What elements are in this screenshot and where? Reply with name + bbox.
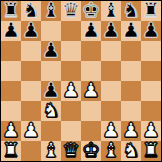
- square-g7[interactable]: ♟: [121, 21, 141, 41]
- black-pawn-piece[interactable]: ♟: [42, 40, 60, 60]
- black-pawn-piece[interactable]: ♟: [102, 20, 120, 40]
- square-b4[interactable]: [21, 81, 41, 101]
- square-f6[interactable]: [101, 41, 121, 61]
- black-knight-piece[interactable]: ♞: [122, 0, 140, 20]
- square-c8[interactable]: ♝: [41, 1, 61, 21]
- white-pawn-piece[interactable]: ♟: [122, 120, 140, 140]
- square-b2[interactable]: ♟: [21, 121, 41, 141]
- black-bishop-piece[interactable]: ♝: [42, 0, 60, 20]
- square-e1[interactable]: ♚: [81, 141, 101, 161]
- white-pawn-piece[interactable]: ♟: [142, 120, 160, 140]
- black-pawn-piece[interactable]: ♟: [42, 80, 60, 100]
- square-c6[interactable]: ♟: [41, 41, 61, 61]
- white-knight-piece[interactable]: ♞: [42, 100, 60, 120]
- square-d4[interactable]: ♟: [61, 81, 81, 101]
- white-bishop-piece[interactable]: ♝: [102, 140, 120, 160]
- square-b6[interactable]: [21, 41, 41, 61]
- square-g6[interactable]: [121, 41, 141, 61]
- white-rook-piece[interactable]: ♜: [2, 140, 20, 160]
- black-pawn-piece[interactable]: ♟: [122, 20, 140, 40]
- chess-board: ♜♞♝♛♚♝♞♜♟♟♟♟♟♟♟♟♟♟♞♟♟♟♟♟♜♝♛♚♝♞♜: [0, 0, 162, 162]
- white-pawn-piece[interactable]: ♟: [102, 120, 120, 140]
- black-pawn-piece[interactable]: ♟: [82, 20, 100, 40]
- white-knight-piece[interactable]: ♞: [122, 140, 140, 160]
- square-d6[interactable]: [61, 41, 81, 61]
- white-bishop-piece[interactable]: ♝: [42, 140, 60, 160]
- white-pawn-piece[interactable]: ♟: [2, 120, 20, 140]
- black-pawn-piece[interactable]: ♟: [22, 20, 40, 40]
- square-c1[interactable]: ♝: [41, 141, 61, 161]
- square-h1[interactable]: ♜: [141, 141, 161, 161]
- square-h5[interactable]: [141, 61, 161, 81]
- square-h4[interactable]: [141, 81, 161, 101]
- square-e7[interactable]: ♟: [81, 21, 101, 41]
- square-f5[interactable]: [101, 61, 121, 81]
- square-a6[interactable]: [1, 41, 21, 61]
- black-king-piece[interactable]: ♚: [82, 0, 100, 20]
- square-c3[interactable]: ♞: [41, 101, 61, 121]
- square-b5[interactable]: [21, 61, 41, 81]
- square-d3[interactable]: [61, 101, 81, 121]
- square-a4[interactable]: [1, 81, 21, 101]
- white-pawn-piece[interactable]: ♟: [62, 80, 80, 100]
- square-d7[interactable]: [61, 21, 81, 41]
- white-pawn-piece[interactable]: ♟: [82, 80, 100, 100]
- black-rook-piece[interactable]: ♜: [2, 0, 20, 20]
- black-knight-piece[interactable]: ♞: [22, 0, 40, 20]
- square-a7[interactable]: ♟: [1, 21, 21, 41]
- white-king-piece[interactable]: ♚: [82, 140, 100, 160]
- square-f7[interactable]: ♟: [101, 21, 121, 41]
- square-a5[interactable]: [1, 61, 21, 81]
- black-pawn-piece[interactable]: ♟: [142, 20, 160, 40]
- white-rook-piece[interactable]: ♜: [142, 140, 160, 160]
- square-a1[interactable]: ♜: [1, 141, 21, 161]
- square-f4[interactable]: [101, 81, 121, 101]
- square-h7[interactable]: ♟: [141, 21, 161, 41]
- square-b7[interactable]: ♟: [21, 21, 41, 41]
- square-g4[interactable]: [121, 81, 141, 101]
- black-pawn-piece[interactable]: ♟: [2, 20, 20, 40]
- square-e3[interactable]: [81, 101, 101, 121]
- white-pawn-piece[interactable]: ♟: [22, 120, 40, 140]
- square-e6[interactable]: [81, 41, 101, 61]
- square-h6[interactable]: [141, 41, 161, 61]
- square-g5[interactable]: [121, 61, 141, 81]
- black-rook-piece[interactable]: ♜: [142, 0, 160, 20]
- square-b1[interactable]: [21, 141, 41, 161]
- square-d1[interactable]: ♛: [61, 141, 81, 161]
- white-queen-piece[interactable]: ♛: [62, 140, 80, 160]
- black-queen-piece[interactable]: ♛: [62, 0, 80, 20]
- square-f1[interactable]: ♝: [101, 141, 121, 161]
- square-d8[interactable]: ♛: [61, 1, 81, 21]
- square-g1[interactable]: ♞: [121, 141, 141, 161]
- square-e4[interactable]: ♟: [81, 81, 101, 101]
- black-bishop-piece[interactable]: ♝: [102, 0, 120, 20]
